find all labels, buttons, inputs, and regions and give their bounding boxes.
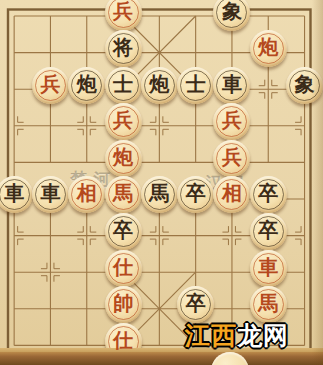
piece-character: 卒 bbox=[258, 212, 278, 249]
xiangqi-piece-black-c5-r8[interactable]: 卒 bbox=[177, 286, 214, 323]
xiangqi-piece-red-c2-r5[interactable]: 相 bbox=[68, 176, 105, 213]
piece-character: 仕 bbox=[113, 322, 133, 359]
xiangqi-piece-red-c6-r5[interactable]: 相 bbox=[213, 176, 250, 213]
piece-character: 炮 bbox=[258, 29, 278, 66]
piece-character: 帥 bbox=[113, 285, 133, 322]
piece-character: 車 bbox=[4, 175, 24, 212]
piece-character: 象 bbox=[295, 66, 315, 103]
xiangqi-piece-black-c0-r5[interactable]: 車 bbox=[0, 176, 33, 213]
watermark-part1: 江西 bbox=[185, 321, 237, 349]
piece-character: 兵 bbox=[113, 102, 133, 139]
xiangqi-piece-red-c3-r3[interactable]: 兵 bbox=[105, 103, 142, 140]
piece-character: 車 bbox=[222, 66, 242, 103]
piece-character: 馬 bbox=[113, 175, 133, 212]
piece-character: 士 bbox=[113, 66, 133, 103]
xiangqi-board-screen: 楚河 汉界 兵象将炮兵炮士炮士車象兵兵炮兵車車相馬馬卒相卒卒卒仕車帥卒馬仕 江西… bbox=[0, 0, 323, 365]
xiangqi-piece-black-c3-r2[interactable]: 士 bbox=[105, 67, 142, 104]
xiangqi-piece-black-c1-r5[interactable]: 車 bbox=[32, 176, 69, 213]
piece-character: 馬 bbox=[258, 285, 278, 322]
piece-character: 兵 bbox=[222, 102, 242, 139]
xiangqi-piece-red-c3-r8[interactable]: 帥 bbox=[105, 286, 142, 323]
piece-character: 将 bbox=[113, 29, 133, 66]
xiangqi-piece-red-c7-r8[interactable]: 馬 bbox=[250, 286, 287, 323]
xiangqi-piece-black-c8-r2[interactable]: 象 bbox=[286, 67, 323, 104]
piece-character: 兵 bbox=[222, 139, 242, 176]
xiangqi-piece-red-c3-r4[interactable]: 炮 bbox=[105, 140, 142, 177]
board-grid: 兵象将炮兵炮士炮士車象兵兵炮兵車車相馬馬卒相卒卒卒仕車帥卒馬仕 bbox=[0, 0, 322, 359]
xiangqi-piece-red-c3-r7[interactable]: 仕 bbox=[105, 250, 142, 287]
piece-character: 車 bbox=[40, 175, 60, 212]
piece-character: 卒 bbox=[113, 212, 133, 249]
xiangqi-piece-black-c3-r6[interactable]: 卒 bbox=[105, 213, 142, 250]
xiangqi-piece-black-c6-r2[interactable]: 車 bbox=[213, 67, 250, 104]
piece-character: 士 bbox=[186, 66, 206, 103]
piece-character: 象 bbox=[222, 0, 242, 30]
piece-character: 炮 bbox=[149, 66, 169, 103]
xiangqi-piece-red-c7-r1[interactable]: 炮 bbox=[250, 30, 287, 67]
xiangqi-piece-black-c4-r5[interactable]: 馬 bbox=[141, 176, 178, 213]
piece-character: 馬 bbox=[149, 175, 169, 212]
xiangqi-piece-black-c7-r5[interactable]: 卒 bbox=[250, 176, 287, 213]
piece-character: 仕 bbox=[113, 249, 133, 286]
piece-character: 炮 bbox=[113, 139, 133, 176]
piece-character: 卒 bbox=[186, 175, 206, 212]
table-edge bbox=[0, 352, 323, 365]
xiangqi-piece-red-c1-r2[interactable]: 兵 bbox=[32, 67, 69, 104]
piece-character: 相 bbox=[222, 175, 242, 212]
watermark-part2: 龙网 bbox=[237, 321, 289, 349]
xiangqi-piece-red-c6-r4[interactable]: 兵 bbox=[213, 140, 250, 177]
piece-character: 卒 bbox=[186, 285, 206, 322]
piece-character: 兵 bbox=[40, 66, 60, 103]
piece-character: 車 bbox=[258, 249, 278, 286]
piece-character: 卒 bbox=[258, 175, 278, 212]
xiangqi-piece-black-c5-r5[interactable]: 卒 bbox=[177, 176, 214, 213]
xiangqi-piece-black-c2-r2[interactable]: 炮 bbox=[68, 67, 105, 104]
piece-character: 相 bbox=[77, 175, 97, 212]
xiangqi-piece-black-c3-r1[interactable]: 将 bbox=[105, 30, 142, 67]
xiangqi-piece-red-c7-r7[interactable]: 車 bbox=[250, 250, 287, 287]
piece-character: 炮 bbox=[77, 66, 97, 103]
xiangqi-piece-red-c3-r0[interactable]: 兵 bbox=[105, 0, 142, 31]
xiangqi-piece-black-c6-r0[interactable]: 象 bbox=[213, 0, 250, 31]
piece-character: 兵 bbox=[113, 0, 133, 30]
xiangqi-piece-black-c4-r2[interactable]: 炮 bbox=[141, 67, 178, 104]
xiangqi-piece-red-c6-r3[interactable]: 兵 bbox=[213, 103, 250, 140]
xiangqi-piece-red-c3-r5[interactable]: 馬 bbox=[105, 176, 142, 213]
xiangqi-piece-black-c5-r2[interactable]: 士 bbox=[177, 67, 214, 104]
watermark: 江西龙网 bbox=[185, 319, 289, 352]
xiangqi-piece-black-c7-r6[interactable]: 卒 bbox=[250, 213, 287, 250]
